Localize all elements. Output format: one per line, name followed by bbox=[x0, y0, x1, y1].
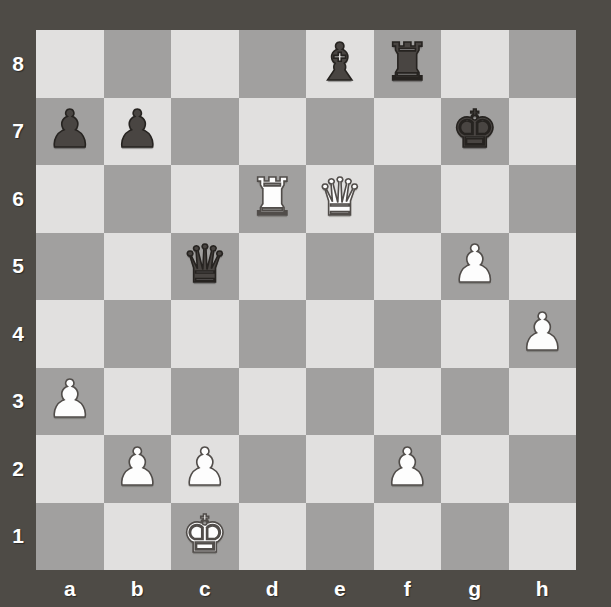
black-pawn-piece[interactable]: ♟ bbox=[46, 103, 93, 155]
rank-label-1: 1 bbox=[0, 503, 36, 571]
square-e2[interactable] bbox=[306, 435, 374, 503]
file-label-b: b bbox=[104, 570, 172, 607]
square-c1[interactable]: ♚ bbox=[171, 503, 239, 571]
white-pawn-piece[interactable]: ♟ bbox=[384, 441, 431, 493]
square-c7[interactable] bbox=[171, 98, 239, 166]
rank-label-2: 2 bbox=[0, 435, 36, 503]
square-h5[interactable] bbox=[509, 233, 577, 301]
square-a8[interactable] bbox=[36, 30, 104, 98]
square-c6[interactable] bbox=[171, 165, 239, 233]
file-labels: abcdefgh bbox=[36, 570, 576, 607]
square-d1[interactable] bbox=[239, 503, 307, 571]
file-label-a: a bbox=[36, 570, 104, 607]
square-f8[interactable]: ♜ bbox=[374, 30, 442, 98]
square-h8[interactable] bbox=[509, 30, 577, 98]
square-e8[interactable]: ♝ bbox=[306, 30, 374, 98]
square-e3[interactable] bbox=[306, 368, 374, 436]
square-d8[interactable] bbox=[239, 30, 307, 98]
black-bishop-piece[interactable]: ♝ bbox=[316, 36, 363, 88]
square-e7[interactable] bbox=[306, 98, 374, 166]
square-h2[interactable] bbox=[509, 435, 577, 503]
file-label-d: d bbox=[239, 570, 307, 607]
square-e6[interactable]: ♛ bbox=[306, 165, 374, 233]
square-h3[interactable] bbox=[509, 368, 577, 436]
white-king-piece[interactable]: ♚ bbox=[181, 508, 228, 560]
rank-label-8: 8 bbox=[0, 30, 36, 98]
square-d6[interactable]: ♜ bbox=[239, 165, 307, 233]
rank-label-6: 6 bbox=[0, 165, 36, 233]
square-b1[interactable] bbox=[104, 503, 172, 571]
black-rook-piece[interactable]: ♜ bbox=[384, 36, 431, 88]
file-label-e: e bbox=[306, 570, 374, 607]
square-f5[interactable] bbox=[374, 233, 442, 301]
square-e5[interactable] bbox=[306, 233, 374, 301]
square-b7[interactable]: ♟ bbox=[104, 98, 172, 166]
square-a4[interactable] bbox=[36, 300, 104, 368]
board-frame: 87654321 ♝♜♟♟♚♜♛♛♟♟♟♟♟♟♚ abcdefgh bbox=[0, 0, 611, 607]
square-f4[interactable] bbox=[374, 300, 442, 368]
square-g5[interactable]: ♟ bbox=[441, 233, 509, 301]
rank-label-4: 4 bbox=[0, 300, 36, 368]
white-pawn-piece[interactable]: ♟ bbox=[46, 373, 93, 425]
rank-labels: 87654321 bbox=[0, 30, 36, 570]
black-pawn-piece[interactable]: ♟ bbox=[114, 103, 161, 155]
square-b4[interactable] bbox=[104, 300, 172, 368]
square-f1[interactable] bbox=[374, 503, 442, 571]
square-d7[interactable] bbox=[239, 98, 307, 166]
square-a6[interactable] bbox=[36, 165, 104, 233]
square-b3[interactable] bbox=[104, 368, 172, 436]
white-pawn-piece[interactable]: ♟ bbox=[114, 441, 161, 493]
square-f3[interactable] bbox=[374, 368, 442, 436]
square-a5[interactable] bbox=[36, 233, 104, 301]
white-pawn-piece[interactable]: ♟ bbox=[519, 306, 566, 358]
square-h1[interactable] bbox=[509, 503, 577, 571]
black-king-piece[interactable]: ♚ bbox=[451, 103, 498, 155]
file-label-h: h bbox=[509, 570, 577, 607]
square-a7[interactable]: ♟ bbox=[36, 98, 104, 166]
rank-label-3: 3 bbox=[0, 368, 36, 436]
square-g7[interactable]: ♚ bbox=[441, 98, 509, 166]
square-b5[interactable] bbox=[104, 233, 172, 301]
square-g1[interactable] bbox=[441, 503, 509, 571]
square-g3[interactable] bbox=[441, 368, 509, 436]
square-a1[interactable] bbox=[36, 503, 104, 571]
square-b2[interactable]: ♟ bbox=[104, 435, 172, 503]
square-c8[interactable] bbox=[171, 30, 239, 98]
rank-label-7: 7 bbox=[0, 98, 36, 166]
square-a3[interactable]: ♟ bbox=[36, 368, 104, 436]
white-pawn-piece[interactable]: ♟ bbox=[451, 238, 498, 290]
square-g8[interactable] bbox=[441, 30, 509, 98]
square-c5[interactable]: ♛ bbox=[171, 233, 239, 301]
square-d2[interactable] bbox=[239, 435, 307, 503]
chess-board[interactable]: ♝♜♟♟♚♜♛♛♟♟♟♟♟♟♚ bbox=[36, 30, 576, 570]
file-label-c: c bbox=[171, 570, 239, 607]
square-b6[interactable] bbox=[104, 165, 172, 233]
file-label-f: f bbox=[374, 570, 442, 607]
square-c4[interactable] bbox=[171, 300, 239, 368]
square-h7[interactable] bbox=[509, 98, 577, 166]
square-d3[interactable] bbox=[239, 368, 307, 436]
square-d5[interactable] bbox=[239, 233, 307, 301]
square-g6[interactable] bbox=[441, 165, 509, 233]
square-f7[interactable] bbox=[374, 98, 442, 166]
square-g2[interactable] bbox=[441, 435, 509, 503]
square-b8[interactable] bbox=[104, 30, 172, 98]
square-e1[interactable] bbox=[306, 503, 374, 571]
rank-label-5: 5 bbox=[0, 233, 36, 301]
black-queen-piece[interactable]: ♛ bbox=[181, 238, 228, 290]
square-h6[interactable] bbox=[509, 165, 577, 233]
square-f2[interactable]: ♟ bbox=[374, 435, 442, 503]
square-a2[interactable] bbox=[36, 435, 104, 503]
square-e4[interactable] bbox=[306, 300, 374, 368]
square-c2[interactable]: ♟ bbox=[171, 435, 239, 503]
white-pawn-piece[interactable]: ♟ bbox=[181, 441, 228, 493]
square-d4[interactable] bbox=[239, 300, 307, 368]
white-rook-piece[interactable]: ♜ bbox=[249, 171, 296, 223]
white-queen-piece[interactable]: ♛ bbox=[316, 171, 363, 223]
file-label-g: g bbox=[441, 570, 509, 607]
square-c3[interactable] bbox=[171, 368, 239, 436]
square-g4[interactable] bbox=[441, 300, 509, 368]
square-f6[interactable] bbox=[374, 165, 442, 233]
square-h4[interactable]: ♟ bbox=[509, 300, 577, 368]
